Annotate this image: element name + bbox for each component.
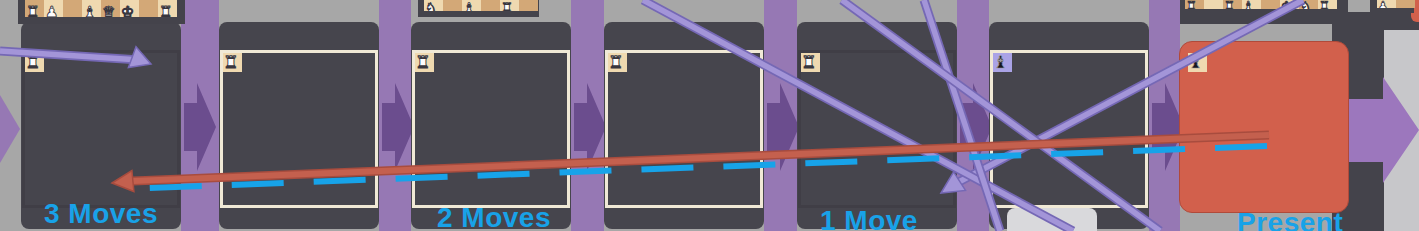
- adjacent-board-fragment: ♜♜♝♚♞♜: [1185, 0, 1337, 9]
- square-h1[interactable]: ♜: [415, 53, 434, 72]
- timeline-bar: [1149, 0, 1180, 231]
- piece-white-queen: ♛: [102, 3, 115, 17]
- piece-white-rook: ♜: [501, 0, 513, 11]
- label-1-move: 1 Move: [820, 205, 918, 231]
- piece-black-bishop[interactable]: ♝: [993, 53, 1008, 72]
- timeline-bar: [764, 0, 797, 231]
- board-2-moves-ago[interactable]: ♜♞♛♚♜♟♝♟♟♟♟♝♟♟♟♟♟♟♟♟♟♟♜♝♛♚♝♞♜: [412, 50, 570, 208]
- square-h1[interactable]: ♜: [608, 53, 627, 72]
- board-t2[interactable]: ♜♞♛♚♜♟♝♟♟♟♟♝♟♟♟♟♟♟♟♟♟♟♜♝♛♚♝♞♜: [220, 50, 378, 208]
- piece-white-rook[interactable]: ♜: [223, 53, 238, 72]
- piece-white-king: ♚: [1281, 0, 1292, 9]
- timeline-bar: [181, 0, 219, 231]
- timeline-bar: [379, 0, 411, 231]
- timeline-bar: [571, 0, 604, 231]
- left-purple-arrowhead-icon: [0, 95, 20, 163]
- label-present: Present: [1237, 207, 1343, 231]
- board-present[interactable]: ♜♞♛♚♜♟♟♟♟♟♝♟♟♝♟♟♟♟♟♞♟♟♜♝♛♚♝♝: [1188, 53, 1340, 205]
- 5d-chess-timeline-view: ♜♟♝♛♚♜♞♝♜♜♜♝♚♞♜♟ ♜♞♛♚♞♜♟♝♟♟♟♟♝♟♟♟♟♟♟♟♟♟♟…: [0, 0, 1419, 231]
- timeline-arrow-icon: [957, 0, 989, 231]
- timeline-arrow-icon: [379, 0, 411, 231]
- timeline-bar: [957, 0, 989, 231]
- piece-white-rook[interactable]: ♜: [415, 53, 430, 72]
- piece-white-knight: ♞: [425, 0, 437, 11]
- square-h1[interactable]: ♝: [993, 53, 1012, 72]
- piece-white-bishop: ♝: [1243, 0, 1254, 9]
- piece-white-bishop: ♝: [83, 3, 96, 17]
- piece-black-bishop[interactable]: ♝: [1188, 53, 1203, 72]
- timeline-arrow-icon: [571, 0, 604, 231]
- board-1-move-ago[interactable]: ♜♞♛♚♜♟♟♟♟♟♝♟♟♝♟♟♟♟♟♞♟♟♜♝♛♚♝♜: [798, 50, 956, 208]
- piece-white-rook[interactable]: ♜: [801, 53, 816, 72]
- timeline-arrow-icon: [764, 0, 797, 231]
- piece-white-rook: ♜: [1186, 0, 1197, 9]
- square-h1[interactable]: ♜: [801, 53, 820, 72]
- board-3-moves-ago[interactable]: ♜♞♛♚♞♜♟♝♟♟♟♟♝♟♟♟♟♟♟♟♟♟♟♜♝♛♚♝♞♜: [22, 50, 180, 208]
- piece-white-king: ♚: [121, 3, 134, 17]
- piece-white-rook: ♜: [26, 3, 39, 17]
- adjacent-board-fragment: ♜♟♝♛♚♜: [25, 0, 177, 17]
- adjacent-board-fragment: ♞♝♜: [424, 0, 538, 11]
- square-h1[interactable]: ♜: [223, 53, 242, 72]
- label-3-moves: 3 Moves: [44, 198, 158, 230]
- label-2-moves: 2 Moves: [437, 202, 551, 231]
- timeline-arrow-icon: [1149, 0, 1180, 231]
- board-t4[interactable]: ♜♞♛♚♜♟♟♟♟♟♝♟♟♝♟♟♟♟♟♟♟♜♝♛♚♝♞♜: [605, 50, 763, 208]
- piece-white-rook: ♜: [159, 3, 172, 17]
- adjacent-board-fragment: ♟: [1377, 0, 1415, 8]
- piece-white-rook[interactable]: ♜: [608, 53, 623, 72]
- piece-white-rook: ♜: [1319, 0, 1330, 9]
- board-below-peek: [1007, 208, 1097, 231]
- piece-white-rook[interactable]: ♜: [25, 53, 40, 72]
- square-h1[interactable]: ♝: [1188, 53, 1207, 72]
- board-t6[interactable]: ♜♞♛♚♜♟♟♟♟♟♝♟♟♝♟♟♟♟♟♞♟♟♜♝♛♚♝♝: [990, 50, 1148, 208]
- square-h1[interactable]: ♜: [25, 53, 44, 72]
- piece-white-rook: ♜: [1224, 0, 1235, 9]
- piece-white-pawn: ♟: [45, 3, 58, 17]
- piece-white-knight: ♞: [1300, 0, 1311, 9]
- piece-white-bishop: ♝: [463, 0, 475, 11]
- piece-white-pawn: ♟: [1378, 0, 1388, 8]
- timeline-arrow-icon: [181, 0, 219, 231]
